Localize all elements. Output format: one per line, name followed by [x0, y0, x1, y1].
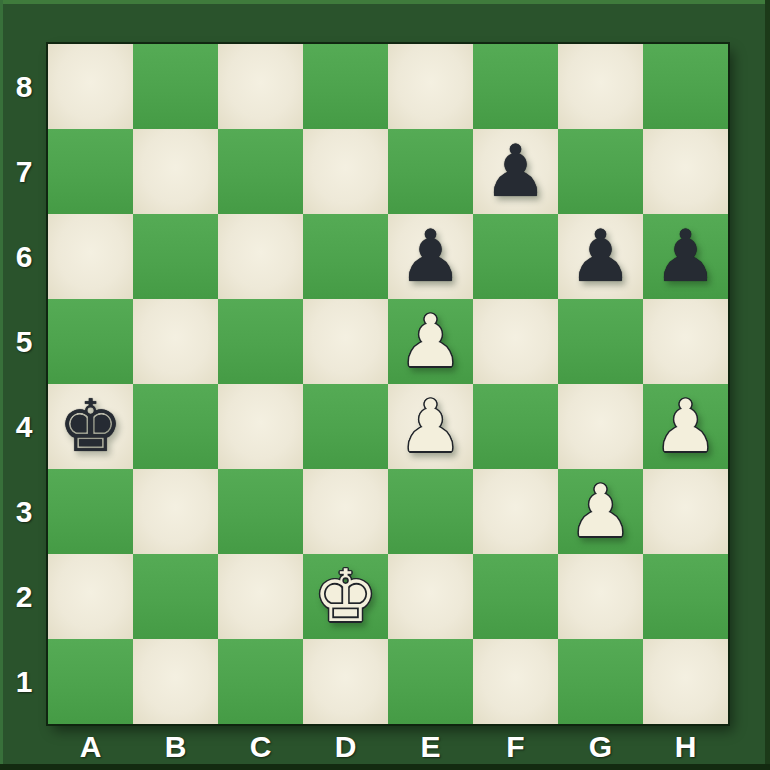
square-b1[interactable]	[133, 639, 218, 724]
square-h6[interactable]: ♟	[643, 214, 728, 299]
file-label-a: A	[48, 724, 133, 770]
square-d4[interactable]	[303, 384, 388, 469]
square-f5[interactable]	[473, 299, 558, 384]
square-g2[interactable]	[558, 554, 643, 639]
square-d1[interactable]	[303, 639, 388, 724]
square-h2[interactable]	[643, 554, 728, 639]
rank-label-3: 3	[0, 469, 48, 554]
square-a2[interactable]	[48, 554, 133, 639]
square-c4[interactable]	[218, 384, 303, 469]
square-g8[interactable]	[558, 44, 643, 129]
frame-top-highlight	[0, 0, 770, 4]
square-a5[interactable]	[48, 299, 133, 384]
square-e8[interactable]	[388, 44, 473, 129]
black-pawn[interactable]: ♟	[483, 129, 548, 214]
square-a6[interactable]	[48, 214, 133, 299]
white-king[interactable]: ♚	[313, 554, 378, 639]
square-f8[interactable]	[473, 44, 558, 129]
rank-label-7: 7	[0, 129, 48, 214]
square-c5[interactable]	[218, 299, 303, 384]
square-a8[interactable]	[48, 44, 133, 129]
square-b6[interactable]	[133, 214, 218, 299]
square-a1[interactable]	[48, 639, 133, 724]
square-d3[interactable]	[303, 469, 388, 554]
chess-board-frame: 87654321 ♟♟♟♟♟♚♟♟♟♚ ABCDEFGH	[0, 0, 770, 770]
square-b2[interactable]	[133, 554, 218, 639]
square-d8[interactable]	[303, 44, 388, 129]
square-g1[interactable]	[558, 639, 643, 724]
square-h7[interactable]	[643, 129, 728, 214]
square-f4[interactable]	[473, 384, 558, 469]
square-b5[interactable]	[133, 299, 218, 384]
square-a4[interactable]: ♚	[48, 384, 133, 469]
square-d5[interactable]	[303, 299, 388, 384]
square-f6[interactable]	[473, 214, 558, 299]
square-e3[interactable]	[388, 469, 473, 554]
square-a3[interactable]	[48, 469, 133, 554]
square-c8[interactable]	[218, 44, 303, 129]
square-e6[interactable]: ♟	[388, 214, 473, 299]
square-g5[interactable]	[558, 299, 643, 384]
square-f7[interactable]: ♟	[473, 129, 558, 214]
square-g6[interactable]: ♟	[558, 214, 643, 299]
white-pawn[interactable]: ♟	[568, 469, 633, 554]
file-label-d: D	[303, 724, 388, 770]
square-b3[interactable]	[133, 469, 218, 554]
rank-labels: 87654321	[0, 44, 48, 724]
white-pawn[interactable]: ♟	[653, 384, 718, 469]
black-pawn[interactable]: ♟	[398, 214, 463, 299]
square-a7[interactable]	[48, 129, 133, 214]
square-e2[interactable]	[388, 554, 473, 639]
square-g4[interactable]	[558, 384, 643, 469]
board: ♟♟♟♟♟♚♟♟♟♚	[48, 44, 728, 724]
rank-label-5: 5	[0, 299, 48, 384]
square-h1[interactable]	[643, 639, 728, 724]
square-g3[interactable]: ♟	[558, 469, 643, 554]
square-d2[interactable]: ♚	[303, 554, 388, 639]
square-e4[interactable]: ♟	[388, 384, 473, 469]
square-d6[interactable]	[303, 214, 388, 299]
file-labels: ABCDEFGH	[48, 724, 728, 770]
square-e7[interactable]	[388, 129, 473, 214]
file-label-h: H	[643, 724, 728, 770]
frame-right-shadow	[765, 0, 770, 770]
square-b8[interactable]	[133, 44, 218, 129]
square-f2[interactable]	[473, 554, 558, 639]
square-d7[interactable]	[303, 129, 388, 214]
black-pawn[interactable]: ♟	[653, 214, 718, 299]
square-c2[interactable]	[218, 554, 303, 639]
rank-label-4: 4	[0, 384, 48, 469]
file-label-e: E	[388, 724, 473, 770]
file-label-b: B	[133, 724, 218, 770]
square-f3[interactable]	[473, 469, 558, 554]
square-b4[interactable]	[133, 384, 218, 469]
square-h5[interactable]	[643, 299, 728, 384]
square-c7[interactable]	[218, 129, 303, 214]
square-c6[interactable]	[218, 214, 303, 299]
square-h4[interactable]: ♟	[643, 384, 728, 469]
file-label-c: C	[218, 724, 303, 770]
file-label-g: G	[558, 724, 643, 770]
file-label-f: F	[473, 724, 558, 770]
rank-label-8: 8	[0, 44, 48, 129]
square-e5[interactable]: ♟	[388, 299, 473, 384]
square-e1[interactable]	[388, 639, 473, 724]
rank-label-1: 1	[0, 639, 48, 724]
rank-label-6: 6	[0, 214, 48, 299]
white-pawn[interactable]: ♟	[398, 299, 463, 384]
square-f1[interactable]	[473, 639, 558, 724]
square-g7[interactable]	[558, 129, 643, 214]
rank-label-2: 2	[0, 554, 48, 639]
square-h8[interactable]	[643, 44, 728, 129]
square-c1[interactable]	[218, 639, 303, 724]
square-b7[interactable]	[133, 129, 218, 214]
black-pawn[interactable]: ♟	[568, 214, 633, 299]
square-h3[interactable]	[643, 469, 728, 554]
square-c3[interactable]	[218, 469, 303, 554]
white-pawn[interactable]: ♟	[398, 384, 463, 469]
black-king[interactable]: ♚	[58, 384, 123, 469]
